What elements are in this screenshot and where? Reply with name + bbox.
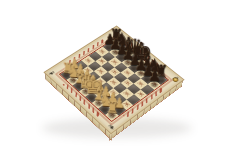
corner-ornament-icon: ❧ <box>105 122 118 132</box>
piece-black-p[interactable]: ♟ <box>147 69 161 85</box>
chess-box: ❧ ❧ ❧ ❧ Ж♜♞Ж♝♛Ж♚♝Ж♞♜♟Ж♟♟Ж♟♟Ж♟♟Ж♟ЖЖЖЖЖЖЖЖ… <box>43 26 184 135</box>
square-e5[interactable] <box>114 72 127 82</box>
piece-white-r[interactable]: ♜ <box>105 100 119 115</box>
product-photo: ❧ ❧ ❧ ❧ Ж♜♞Ж♝♛Ж♚♝Ж♞♜♟Ж♟♟Ж♟♟Ж♟♟Ж♟ЖЖЖЖЖЖЖЖ… <box>0 0 240 150</box>
square-h1[interactable]: Ж♜ <box>105 109 119 120</box>
square-motif: Ж <box>110 59 119 66</box>
board-frame: ❧ ❧ ❧ ❧ Ж♜♞Ж♝♛Ж♚♝Ж♞♜♟Ж♟♟Ж♟♟Ж♟♟Ж♟ЖЖЖЖЖЖЖЖ… <box>43 26 184 135</box>
corner-ornament-icon: ❧ <box>46 68 58 77</box>
